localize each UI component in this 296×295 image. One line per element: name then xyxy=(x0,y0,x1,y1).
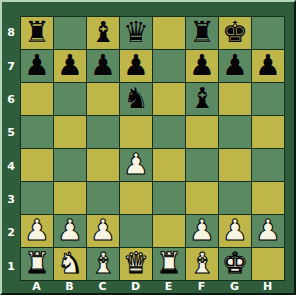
black-king-g8: ♚ xyxy=(222,18,248,47)
black-pawn-d7: ♟ xyxy=(123,51,149,80)
square-a6[interactable] xyxy=(21,83,53,115)
square-c1[interactable]: ♝ xyxy=(87,248,119,280)
square-c5[interactable] xyxy=(87,116,119,148)
file-labels: ABCDEFGH xyxy=(20,281,287,293)
square-e3[interactable] xyxy=(153,182,185,214)
black-pawn-a7: ♟ xyxy=(24,51,50,80)
rank-label-7: 7 xyxy=(2,49,20,82)
square-f8[interactable]: ♜ xyxy=(186,17,218,49)
file-label-C: C xyxy=(86,281,119,293)
square-d3[interactable] xyxy=(120,182,152,214)
square-e7[interactable] xyxy=(153,50,185,82)
square-h7[interactable]: ♟ xyxy=(252,50,284,82)
black-rook-f8: ♜ xyxy=(189,18,215,47)
square-b1[interactable]: ♞ xyxy=(54,248,86,280)
square-a3[interactable] xyxy=(21,182,53,214)
square-b6[interactable] xyxy=(54,83,86,115)
file-label-B: B xyxy=(53,281,86,293)
chess-board-frame: 87654321 ♜♝♛♜♚♟♟♟♟♟♟♟♞♝♟♟♟♟♟♟♟♜♞♝♛♜♝♚ AB… xyxy=(0,0,296,295)
square-a2[interactable]: ♟ xyxy=(21,215,53,247)
rank-label-2: 2 xyxy=(2,216,20,249)
white-rook-a1: ♜ xyxy=(24,249,50,278)
square-h4[interactable] xyxy=(252,149,284,181)
square-g7[interactable]: ♟ xyxy=(219,50,251,82)
square-b7[interactable]: ♟ xyxy=(54,50,86,82)
white-king-g1: ♚ xyxy=(222,249,248,278)
white-pawn-f2: ♟ xyxy=(189,216,215,245)
square-f4[interactable] xyxy=(186,149,218,181)
square-c3[interactable] xyxy=(87,182,119,214)
square-g4[interactable] xyxy=(219,149,251,181)
white-bishop-c1: ♝ xyxy=(90,249,116,278)
file-label-F: F xyxy=(185,281,218,293)
square-a1[interactable]: ♜ xyxy=(21,248,53,280)
square-g2[interactable]: ♟ xyxy=(219,215,251,247)
square-h2[interactable]: ♟ xyxy=(252,215,284,247)
black-rook-a8: ♜ xyxy=(24,18,50,47)
square-g1[interactable]: ♚ xyxy=(219,248,251,280)
black-pawn-h7: ♟ xyxy=(255,51,281,80)
square-h5[interactable] xyxy=(252,116,284,148)
rank-labels: 87654321 xyxy=(2,16,20,283)
square-b4[interactable] xyxy=(54,149,86,181)
square-d5[interactable] xyxy=(120,116,152,148)
rank-label-3: 3 xyxy=(2,183,20,216)
square-h8[interactable] xyxy=(252,17,284,49)
white-pawn-a2: ♟ xyxy=(24,216,50,245)
square-f7[interactable]: ♟ xyxy=(186,50,218,82)
square-c7[interactable]: ♟ xyxy=(87,50,119,82)
square-d8[interactable]: ♛ xyxy=(120,17,152,49)
square-a8[interactable]: ♜ xyxy=(21,17,53,49)
black-pawn-f7: ♟ xyxy=(189,51,215,80)
square-a7[interactable]: ♟ xyxy=(21,50,53,82)
square-h1[interactable] xyxy=(252,248,284,280)
black-pawn-c7: ♟ xyxy=(90,51,116,80)
square-g8[interactable]: ♚ xyxy=(219,17,251,49)
square-h6[interactable] xyxy=(252,83,284,115)
square-h3[interactable] xyxy=(252,182,284,214)
white-bishop-f1: ♝ xyxy=(189,249,215,278)
square-f2[interactable]: ♟ xyxy=(186,215,218,247)
rank-label-8: 8 xyxy=(2,16,20,49)
black-pawn-b7: ♟ xyxy=(57,51,83,80)
square-b5[interactable] xyxy=(54,116,86,148)
square-e4[interactable] xyxy=(153,149,185,181)
file-label-E: E xyxy=(152,281,185,293)
white-pawn-g2: ♟ xyxy=(222,216,248,245)
square-f1[interactable]: ♝ xyxy=(186,248,218,280)
square-e1[interactable]: ♜ xyxy=(153,248,185,280)
square-e6[interactable] xyxy=(153,83,185,115)
white-pawn-b2: ♟ xyxy=(57,216,83,245)
square-b3[interactable] xyxy=(54,182,86,214)
square-c2[interactable]: ♟ xyxy=(87,215,119,247)
rank-label-5: 5 xyxy=(2,116,20,149)
square-d2[interactable] xyxy=(120,215,152,247)
black-bishop-c8: ♝ xyxy=(90,18,116,47)
black-pawn-g7: ♟ xyxy=(222,51,248,80)
square-c6[interactable] xyxy=(87,83,119,115)
white-rook-e1: ♜ xyxy=(156,249,182,278)
square-b2[interactable]: ♟ xyxy=(54,215,86,247)
file-label-A: A xyxy=(20,281,53,293)
square-d1[interactable]: ♛ xyxy=(120,248,152,280)
square-g5[interactable] xyxy=(219,116,251,148)
square-f3[interactable] xyxy=(186,182,218,214)
square-d7[interactable]: ♟ xyxy=(120,50,152,82)
file-label-H: H xyxy=(251,281,284,293)
square-e8[interactable] xyxy=(153,17,185,49)
square-e5[interactable] xyxy=(153,116,185,148)
file-label-D: D xyxy=(119,281,152,293)
square-d6[interactable]: ♞ xyxy=(120,83,152,115)
square-a4[interactable] xyxy=(21,149,53,181)
white-queen-d1: ♛ xyxy=(123,249,149,278)
black-knight-d6: ♞ xyxy=(123,84,149,113)
chess-board: ♜♝♛♜♚♟♟♟♟♟♟♟♞♝♟♟♟♟♟♟♟♜♞♝♛♜♝♚ xyxy=(20,16,285,281)
square-f6[interactable]: ♝ xyxy=(186,83,218,115)
square-f5[interactable] xyxy=(186,116,218,148)
square-c8[interactable]: ♝ xyxy=(87,17,119,49)
rank-label-4: 4 xyxy=(2,150,20,183)
square-a5[interactable] xyxy=(21,116,53,148)
white-pawn-c2: ♟ xyxy=(90,216,116,245)
square-c4[interactable] xyxy=(87,149,119,181)
black-queen-d8: ♛ xyxy=(123,18,149,47)
square-e2[interactable] xyxy=(153,215,185,247)
rank-label-1: 1 xyxy=(2,250,20,283)
file-label-G: G xyxy=(218,281,251,293)
white-knight-b1: ♞ xyxy=(57,249,83,278)
white-pawn-d4: ♟ xyxy=(123,150,149,179)
square-b8[interactable] xyxy=(54,17,86,49)
black-bishop-f6: ♝ xyxy=(189,84,215,113)
white-pawn-h2: ♟ xyxy=(255,216,281,245)
square-g3[interactable] xyxy=(219,182,251,214)
square-g6[interactable] xyxy=(219,83,251,115)
rank-label-6: 6 xyxy=(2,83,20,116)
square-d4[interactable]: ♟ xyxy=(120,149,152,181)
